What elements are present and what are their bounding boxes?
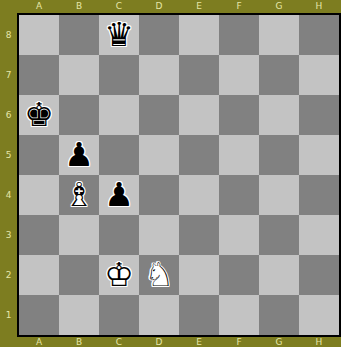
- square-c1[interactable]: [99, 295, 139, 335]
- white-bishop-b4[interactable]: ♝♗: [59, 175, 99, 215]
- file-label-bottom-c: C: [99, 337, 139, 347]
- square-f3[interactable]: [219, 215, 259, 255]
- square-a7[interactable]: [19, 55, 59, 95]
- square-b4[interactable]: ♝♗: [59, 175, 99, 215]
- square-d6[interactable]: [139, 95, 179, 135]
- square-b6[interactable]: [59, 95, 99, 135]
- rank-label-left-5: 5: [0, 135, 17, 175]
- square-c3[interactable]: [99, 215, 139, 255]
- square-f2[interactable]: [219, 255, 259, 295]
- square-f8[interactable]: [219, 15, 259, 55]
- square-f1[interactable]: [219, 295, 259, 335]
- square-h1[interactable]: [299, 295, 339, 335]
- square-h2[interactable]: [299, 255, 339, 295]
- square-e8[interactable]: [179, 15, 219, 55]
- rank-label-left-8: 8: [0, 15, 17, 55]
- square-a1[interactable]: [19, 295, 59, 335]
- chess-diagram: ABCDEFGH 87654321 ♛♚♟♝♗♟♚♔♞♘ ABCDEFGH: [0, 0, 341, 347]
- square-h3[interactable]: [299, 215, 339, 255]
- square-e4[interactable]: [179, 175, 219, 215]
- rank-labels-left: 87654321: [0, 15, 17, 335]
- square-g1[interactable]: [259, 295, 299, 335]
- white-knight-outline: ♘: [139, 255, 179, 295]
- file-labels-bottom: ABCDEFGH: [19, 337, 339, 347]
- square-g6[interactable]: [259, 95, 299, 135]
- square-a3[interactable]: [19, 215, 59, 255]
- square-d2[interactable]: ♞♘: [139, 255, 179, 295]
- white-bishop-outline: ♗: [59, 175, 99, 215]
- square-c5[interactable]: [99, 135, 139, 175]
- square-e1[interactable]: [179, 295, 219, 335]
- square-b7[interactable]: [59, 55, 99, 95]
- square-c2[interactable]: ♚♔: [99, 255, 139, 295]
- chess-board: ♛♚♟♝♗♟♚♔♞♘: [17, 13, 341, 337]
- square-a5[interactable]: [19, 135, 59, 175]
- rank-label-left-2: 2: [0, 255, 17, 295]
- file-label-bottom-h: H: [299, 337, 339, 347]
- square-e5[interactable]: [179, 135, 219, 175]
- square-d1[interactable]: [139, 295, 179, 335]
- square-f5[interactable]: [219, 135, 259, 175]
- square-b8[interactable]: [59, 15, 99, 55]
- file-label-top-e: E: [179, 0, 219, 13]
- black-pawn-c4[interactable]: ♟: [99, 175, 139, 215]
- square-c4[interactable]: ♟: [99, 175, 139, 215]
- file-labels-top: ABCDEFGH: [19, 0, 339, 13]
- file-label-bottom-g: G: [259, 337, 299, 347]
- square-h6[interactable]: [299, 95, 339, 135]
- square-e2[interactable]: [179, 255, 219, 295]
- square-a4[interactable]: [19, 175, 59, 215]
- square-h5[interactable]: [299, 135, 339, 175]
- square-b3[interactable]: [59, 215, 99, 255]
- square-b5[interactable]: ♟: [59, 135, 99, 175]
- file-label-bottom-b: B: [59, 337, 99, 347]
- square-g3[interactable]: [259, 215, 299, 255]
- rank-label-left-1: 1: [0, 295, 17, 335]
- file-label-top-g: G: [259, 0, 299, 13]
- square-b1[interactable]: [59, 295, 99, 335]
- square-a6[interactable]: ♚: [19, 95, 59, 135]
- rank-label-left-4: 4: [0, 175, 17, 215]
- square-h7[interactable]: [299, 55, 339, 95]
- black-king-a6[interactable]: ♚: [19, 95, 59, 135]
- rank-label-left-3: 3: [0, 215, 17, 255]
- square-g4[interactable]: [259, 175, 299, 215]
- square-d3[interactable]: [139, 215, 179, 255]
- square-g2[interactable]: [259, 255, 299, 295]
- square-e7[interactable]: [179, 55, 219, 95]
- rank-label-left-7: 7: [0, 55, 17, 95]
- square-g5[interactable]: [259, 135, 299, 175]
- square-e6[interactable]: [179, 95, 219, 135]
- white-king-outline: ♔: [99, 255, 139, 295]
- file-label-top-c: C: [99, 0, 139, 13]
- square-c8[interactable]: ♛: [99, 15, 139, 55]
- square-d4[interactable]: [139, 175, 179, 215]
- square-f4[interactable]: [219, 175, 259, 215]
- file-label-top-a: A: [19, 0, 59, 13]
- file-label-bottom-e: E: [179, 337, 219, 347]
- square-b2[interactable]: [59, 255, 99, 295]
- square-d8[interactable]: [139, 15, 179, 55]
- square-a8[interactable]: [19, 15, 59, 55]
- file-label-bottom-f: F: [219, 337, 259, 347]
- square-d5[interactable]: [139, 135, 179, 175]
- square-g8[interactable]: [259, 15, 299, 55]
- file-label-top-f: F: [219, 0, 259, 13]
- file-label-top-h: H: [299, 0, 339, 13]
- square-a2[interactable]: [19, 255, 59, 295]
- square-g7[interactable]: [259, 55, 299, 95]
- file-label-bottom-a: A: [19, 337, 59, 347]
- square-e3[interactable]: [179, 215, 219, 255]
- square-f7[interactable]: [219, 55, 259, 95]
- square-c6[interactable]: [99, 95, 139, 135]
- white-knight-d2[interactable]: ♞♘: [139, 255, 179, 295]
- rank-label-left-6: 6: [0, 95, 17, 135]
- file-label-bottom-d: D: [139, 337, 179, 347]
- square-h8[interactable]: [299, 15, 339, 55]
- square-f6[interactable]: [219, 95, 259, 135]
- file-label-top-d: D: [139, 0, 179, 13]
- square-c7[interactable]: [99, 55, 139, 95]
- black-pawn-b5[interactable]: ♟: [59, 135, 99, 175]
- white-king-c2[interactable]: ♚♔: [99, 255, 139, 295]
- black-queen-c8[interactable]: ♛: [99, 15, 139, 55]
- square-d7[interactable]: [139, 55, 179, 95]
- square-h4[interactable]: [299, 175, 339, 215]
- file-label-top-b: B: [59, 0, 99, 13]
